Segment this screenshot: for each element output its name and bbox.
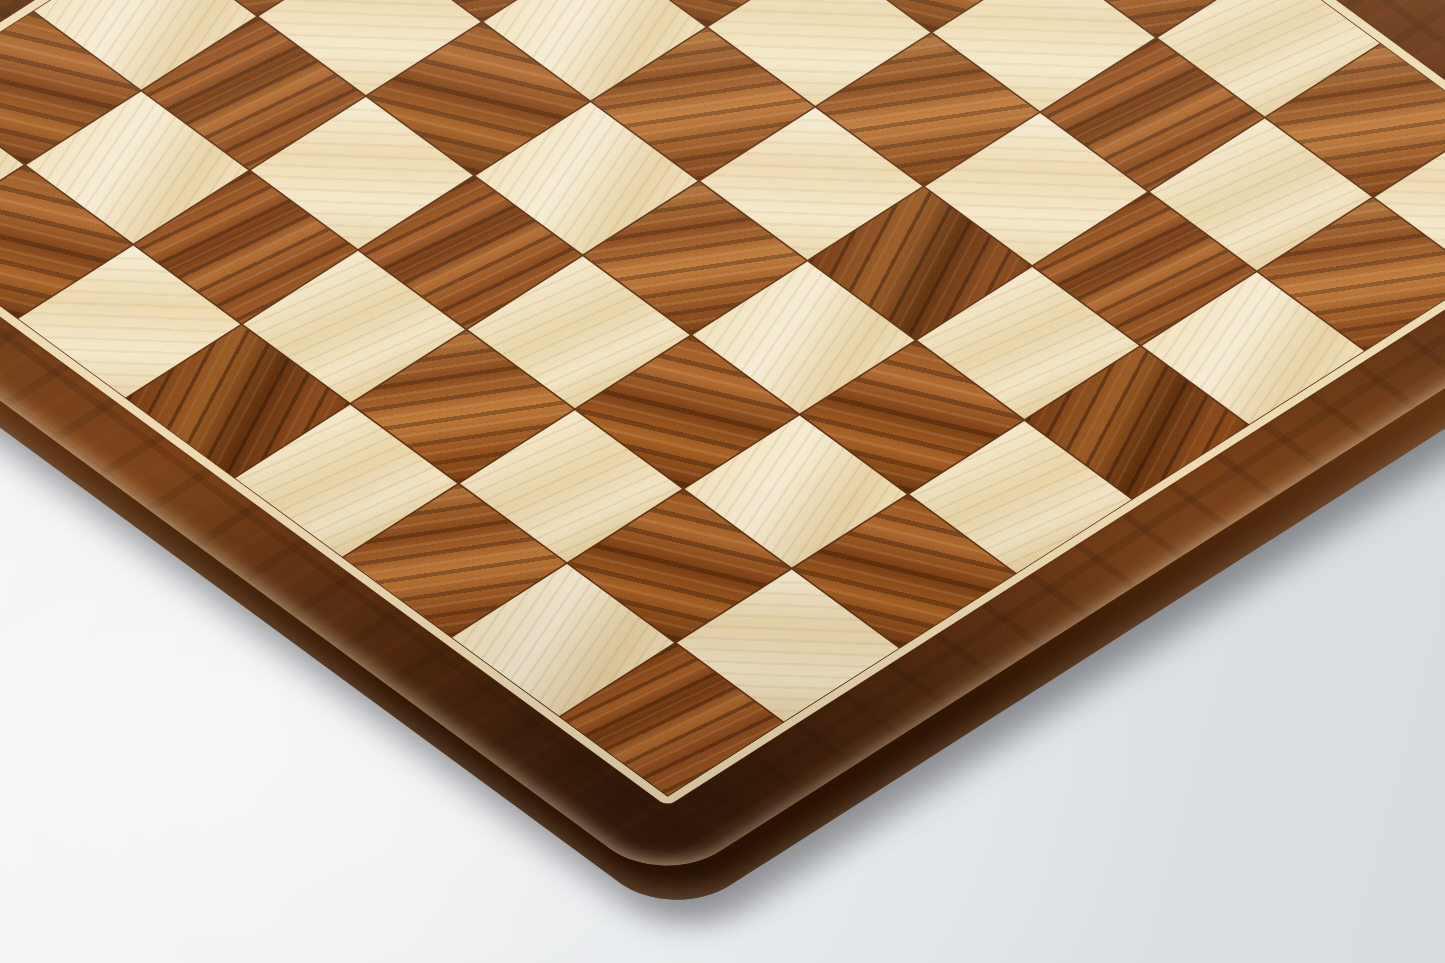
- board-field: [0, 0, 1445, 796]
- chessboard: [0, 0, 1445, 888]
- scene-background: [0, 0, 1445, 963]
